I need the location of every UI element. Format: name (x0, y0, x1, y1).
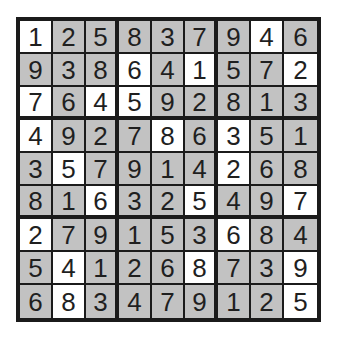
cell-r9c2[interactable]: 8 (53, 285, 86, 318)
cell-r4c2[interactable]: 9 (53, 120, 86, 153)
cell-r8c9[interactable]: 9 (284, 252, 317, 285)
cell-r1c4[interactable]: 8 (119, 21, 152, 54)
cell-r7c6[interactable]: 3 (185, 219, 218, 252)
cell-r5c7[interactable]: 2 (218, 153, 251, 186)
cell-r8c8[interactable]: 3 (251, 252, 284, 285)
cell-r1c2[interactable]: 2 (53, 21, 86, 54)
cell-r6c4[interactable]: 3 (119, 186, 152, 219)
cell-r6c3[interactable]: 6 (86, 186, 119, 219)
cell-r9c8[interactable]: 2 (251, 285, 284, 318)
cell-r6c7[interactable]: 4 (218, 186, 251, 219)
cell-r3c3[interactable]: 4 (86, 87, 119, 120)
cell-r4c4[interactable]: 7 (119, 120, 152, 153)
cell-r9c3[interactable]: 3 (86, 285, 119, 318)
cell-r5c5[interactable]: 1 (152, 153, 185, 186)
cell-r9c5[interactable]: 7 (152, 285, 185, 318)
cell-r2c8[interactable]: 7 (251, 54, 284, 87)
cell-r9c1[interactable]: 6 (20, 285, 53, 318)
sudoku-board: 1258379469386415727645928134927863513579… (16, 17, 321, 322)
cell-r8c5[interactable]: 6 (152, 252, 185, 285)
cell-r7c5[interactable]: 5 (152, 219, 185, 252)
page-background: 1258379469386415727645928134927863513579… (0, 0, 337, 339)
cell-r2c6[interactable]: 1 (185, 54, 218, 87)
cell-r6c2[interactable]: 1 (53, 186, 86, 219)
cell-r4c8[interactable]: 5 (251, 120, 284, 153)
cell-r5c6[interactable]: 4 (185, 153, 218, 186)
cell-r1c3[interactable]: 5 (86, 21, 119, 54)
cell-r6c5[interactable]: 2 (152, 186, 185, 219)
cell-r1c7[interactable]: 9 (218, 21, 251, 54)
cell-r4c7[interactable]: 3 (218, 120, 251, 153)
cell-r9c4[interactable]: 4 (119, 285, 152, 318)
cell-r1c1[interactable]: 1 (20, 21, 53, 54)
cell-r4c3[interactable]: 2 (86, 120, 119, 153)
cell-r3c6[interactable]: 2 (185, 87, 218, 120)
cell-r8c1[interactable]: 5 (20, 252, 53, 285)
cell-r1c6[interactable]: 7 (185, 21, 218, 54)
cell-r8c2[interactable]: 4 (53, 252, 86, 285)
cell-r5c2[interactable]: 5 (53, 153, 86, 186)
cell-r3c5[interactable]: 9 (152, 87, 185, 120)
cell-r8c3[interactable]: 1 (86, 252, 119, 285)
cell-r2c5[interactable]: 4 (152, 54, 185, 87)
cell-r8c4[interactable]: 2 (119, 252, 152, 285)
cell-r9c6[interactable]: 9 (185, 285, 218, 318)
cell-r5c9[interactable]: 8 (284, 153, 317, 186)
cell-r2c9[interactable]: 2 (284, 54, 317, 87)
cell-r2c4[interactable]: 6 (119, 54, 152, 87)
cell-r7c3[interactable]: 9 (86, 219, 119, 252)
cell-r3c1[interactable]: 7 (20, 87, 53, 120)
cell-r2c1[interactable]: 9 (20, 54, 53, 87)
cell-r7c1[interactable]: 2 (20, 219, 53, 252)
cell-r4c5[interactable]: 8 (152, 120, 185, 153)
cell-r2c3[interactable]: 8 (86, 54, 119, 87)
cell-r6c9[interactable]: 7 (284, 186, 317, 219)
cell-r6c6[interactable]: 5 (185, 186, 218, 219)
cell-r5c1[interactable]: 3 (20, 153, 53, 186)
cell-r6c1[interactable]: 8 (20, 186, 53, 219)
cell-r2c2[interactable]: 3 (53, 54, 86, 87)
cell-r9c7[interactable]: 1 (218, 285, 251, 318)
cell-r1c9[interactable]: 6 (284, 21, 317, 54)
cell-r5c8[interactable]: 6 (251, 153, 284, 186)
cell-r7c9[interactable]: 4 (284, 219, 317, 252)
cell-r7c8[interactable]: 8 (251, 219, 284, 252)
cell-r4c6[interactable]: 6 (185, 120, 218, 153)
cell-r6c8[interactable]: 9 (251, 186, 284, 219)
cell-r3c2[interactable]: 6 (53, 87, 86, 120)
cell-r5c4[interactable]: 9 (119, 153, 152, 186)
cell-r1c5[interactable]: 3 (152, 21, 185, 54)
cell-r1c8[interactable]: 4 (251, 21, 284, 54)
cell-r4c1[interactable]: 4 (20, 120, 53, 153)
cell-r8c7[interactable]: 7 (218, 252, 251, 285)
cell-r7c7[interactable]: 6 (218, 219, 251, 252)
cell-r7c2[interactable]: 7 (53, 219, 86, 252)
cell-r5c3[interactable]: 7 (86, 153, 119, 186)
cell-r3c7[interactable]: 8 (218, 87, 251, 120)
cell-r2c7[interactable]: 5 (218, 54, 251, 87)
cell-r7c4[interactable]: 1 (119, 219, 152, 252)
cell-r8c6[interactable]: 8 (185, 252, 218, 285)
cell-r3c8[interactable]: 1 (251, 87, 284, 120)
cell-r9c9[interactable]: 5 (284, 285, 317, 318)
cell-r3c4[interactable]: 5 (119, 87, 152, 120)
cell-r4c9[interactable]: 1 (284, 120, 317, 153)
cell-r3c9[interactable]: 3 (284, 87, 317, 120)
